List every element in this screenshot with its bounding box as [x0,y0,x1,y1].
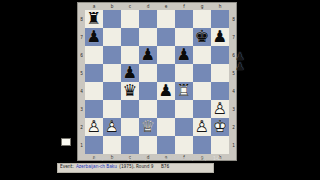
rank-label-left-8: 8 [78,10,85,28]
square-f6: ♟ [175,46,193,64]
rank-label-left-6: 6 [78,46,85,64]
square-g5 [193,64,211,82]
rank-labels-left: 87654321 [78,10,85,154]
eco-code: B76 [161,164,169,169]
square-h3: ♟♙ [211,100,229,118]
rank-label-right-8: 8 [230,10,237,28]
captured-black-pawns-tray: ♟♟ [233,52,247,72]
square-a3 [85,100,103,118]
black-player-rating: (2540) [191,156,206,161]
video-frame: abcdefgh abcdefgh 87654321 87654321 ♜♟♚♟… [0,0,320,180]
square-a5 [85,64,103,82]
square-c7 [121,28,139,46]
white-pawn-a2: ♟♙ [85,118,103,136]
rank-label-right-2: 2 [230,118,237,136]
square-b7 [103,28,121,46]
square-c8 [121,10,139,28]
square-d8 [139,10,157,28]
captured-black-pawn-icon-2: ♟ [235,62,245,72]
black-pawn-a7: ♟ [85,28,103,46]
square-b8 [103,10,121,28]
square-c1 [121,136,139,154]
players-line-wrap: Kasparov, Garry (2595) -- Gufeld, Eduard… [77,155,237,163]
square-g8 [193,10,211,28]
square-e6 [157,46,175,64]
white-pawn-h3: ♟♙ [211,100,229,118]
file-label-top-c: c [121,3,139,10]
square-d4 [139,82,157,100]
square-e4: ♟ [157,82,175,100]
file-label-top-h: h [211,3,229,10]
black-pawn-d6: ♟ [139,46,157,64]
black-pawn-e4: ♟ [157,82,175,100]
square-c3 [121,100,139,118]
file-label-top-f: f [175,3,193,10]
white-queen-d2: ♛♕ [139,118,157,136]
square-f7 [175,28,193,46]
square-c5: ♟ [121,64,139,82]
file-label-top-d: d [139,3,157,10]
square-b4 [103,82,121,100]
black-pawn-f6: ♟ [175,46,193,64]
square-g7: ♚ [193,28,211,46]
square-a6 [85,46,103,64]
square-h4 [211,82,229,100]
square-d1 [139,136,157,154]
square-a7: ♟ [85,28,103,46]
event-link[interactable]: Azerbaijan-ch Baku [76,164,117,169]
white-rook-f4: ♜♖ [175,82,193,100]
square-d6: ♟ [139,46,157,64]
square-d5 [139,64,157,82]
file-label-top-b: b [103,3,121,10]
square-f3 [175,100,193,118]
rank-label-right-4: 4 [230,82,237,100]
file-labels-top: abcdefgh [85,3,229,10]
rank-label-left-3: 3 [78,100,85,118]
black-player-name: Gufeld, Eduard [156,156,190,161]
black-pawn-c5: ♟ [121,64,139,82]
square-e5 [157,64,175,82]
square-g2: ♟♙ [193,118,211,136]
square-g4 [193,82,211,100]
square-b3 [103,100,121,118]
square-e2 [157,118,175,136]
square-f8 [175,10,193,28]
square-b6 [103,46,121,64]
square-d3 [139,100,157,118]
event-detail: (1975), Round 9 [119,164,153,169]
black-king-g7: ♚ [193,28,211,46]
white-king-h2: ♚♔ [211,118,229,136]
square-c4: ♛ [121,82,139,100]
event-label: Event: [60,164,74,169]
square-e8 [157,10,175,28]
square-h5 [211,64,229,82]
rank-label-right-7: 7 [230,28,237,46]
file-label-top-e: e [157,3,175,10]
square-e7 [157,28,175,46]
board-squares: ♜♟♚♟♟♟♟♛♟♜♖♟♙♟♙♟♙♛♕♟♙♚♔ [85,10,229,154]
white-player-rating: (2595) [131,156,146,161]
square-f2 [175,118,193,136]
square-g1 [193,136,211,154]
square-f5 [175,64,193,82]
square-g3 [193,100,211,118]
rank-label-right-3: 3 [230,100,237,118]
square-c6 [121,46,139,64]
event-line: Event: Azerbaijan-ch Baku (1975), Round … [58,164,214,169]
game-result: 1-0 [213,156,220,161]
square-b5 [103,64,121,82]
white-pawn-b2: ♟♙ [103,118,121,136]
black-rook-a8: ♜ [85,10,103,28]
game-info-box: Event: Azerbaijan-ch Baku (1975), Round … [57,163,214,173]
square-d7 [139,28,157,46]
square-f4: ♜♖ [175,82,193,100]
rank-label-right-1: 1 [230,136,237,154]
rank-label-left-4: 4 [78,82,85,100]
square-h2: ♚♔ [211,118,229,136]
players-separator: -- [150,156,153,161]
rank-label-left-2: 2 [78,118,85,136]
square-b1 [103,136,121,154]
square-a4 [85,82,103,100]
square-d2: ♛♕ [139,118,157,136]
rank-labels-right: 87654321 [230,10,237,154]
square-h7: ♟ [211,28,229,46]
black-pawn-h7: ♟ [211,28,229,46]
white-player-name: Kasparov, Garry [94,156,130,161]
players-line: Kasparov, Garry (2595) -- Gufeld, Eduard… [77,155,237,161]
square-e1 [157,136,175,154]
square-a8: ♜ [85,10,103,28]
rank-label-left-1: 1 [78,136,85,154]
square-c2 [121,118,139,136]
square-h1 [211,136,229,154]
square-h6 [211,46,229,64]
rank-label-left-5: 5 [78,64,85,82]
file-label-top-g: g [193,3,211,10]
square-a1 [85,136,103,154]
square-h8 [211,10,229,28]
square-b2: ♟♙ [103,118,121,136]
square-f1 [175,136,193,154]
square-g6 [193,46,211,64]
square-e3 [157,100,175,118]
rank-label-left-7: 7 [78,28,85,46]
black-queen-c4: ♛ [121,82,139,100]
white-pawn-g2: ♟♙ [193,118,211,136]
white-to-move-indicator [61,138,71,146]
square-a2: ♟♙ [85,118,103,136]
